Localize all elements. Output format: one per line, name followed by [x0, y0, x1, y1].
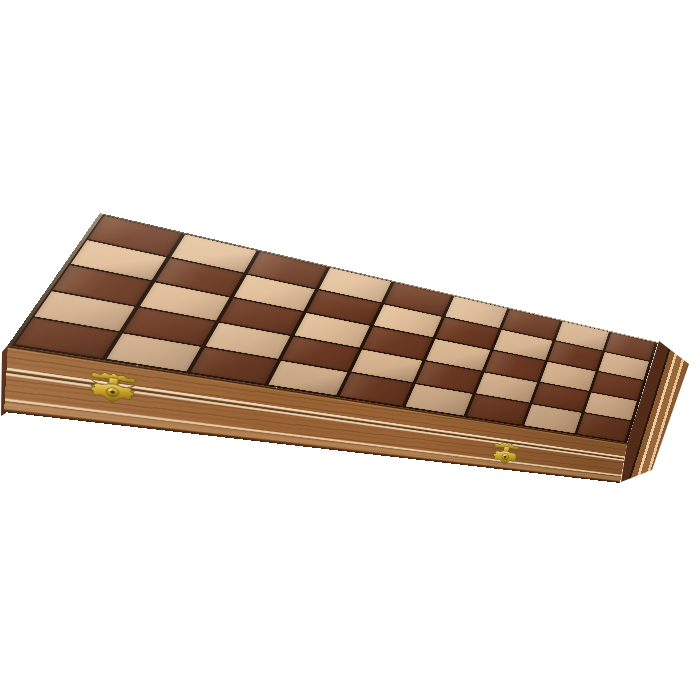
brass-clasp-left: [82, 367, 142, 409]
product-photo-scene: [0, 0, 700, 700]
brass-clasp-right: [488, 440, 522, 468]
